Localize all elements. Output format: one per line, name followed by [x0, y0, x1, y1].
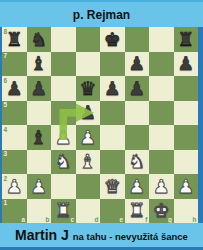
file-label-a: a	[21, 216, 25, 223]
file-label-d: d	[95, 216, 99, 223]
square-f8[interactable]	[125, 27, 150, 52]
square-g8[interactable]	[149, 27, 174, 52]
square-a4[interactable]: 4	[2, 125, 27, 150]
square-d5[interactable]: ♟	[76, 101, 101, 126]
white-rook[interactable]: ♜	[125, 199, 150, 224]
white-pawn[interactable]: ♟	[27, 174, 52, 199]
rank-label-7: 7	[4, 52, 8, 59]
black-pawn[interactable]: ♟	[27, 76, 52, 101]
square-b5[interactable]	[27, 101, 52, 126]
square-a2[interactable]: 2♟	[2, 174, 27, 199]
square-g1[interactable]: g♚	[149, 199, 174, 224]
square-c6[interactable]	[51, 76, 76, 101]
square-a3[interactable]: 3	[2, 150, 27, 175]
black-king[interactable]: ♚	[100, 27, 125, 52]
square-f3[interactable]: ♞	[125, 150, 150, 175]
square-g2[interactable]: ♟	[149, 174, 174, 199]
bottom-player-bar: Martin J na tahu - nevyužitá šance	[0, 223, 203, 247]
rank-label-1: 1	[4, 199, 8, 206]
black-queen[interactable]: ♛	[76, 76, 101, 101]
square-b1[interactable]: b	[27, 199, 52, 224]
square-b3[interactable]	[27, 150, 52, 175]
square-e2[interactable]: ♛	[100, 174, 125, 199]
black-pawn[interactable]: ♟	[2, 76, 27, 101]
square-c5[interactable]	[51, 101, 76, 126]
square-g7[interactable]	[149, 52, 174, 77]
white-pawn[interactable]: ♟	[76, 125, 101, 150]
file-label-e: e	[119, 216, 123, 223]
file-label-f: f	[145, 216, 147, 223]
top-player-bar: p. Rejman	[0, 0, 203, 27]
rank-label-3: 3	[4, 150, 8, 157]
square-a8[interactable]: 8♜	[2, 27, 27, 52]
square-f2[interactable]: ♟	[125, 174, 150, 199]
bottom-player-name: Martin J	[15, 227, 69, 243]
square-g5[interactable]	[149, 101, 174, 126]
square-a7[interactable]: 7	[2, 52, 27, 77]
square-c8[interactable]	[51, 27, 76, 52]
square-h2[interactable]: ♟	[174, 174, 199, 199]
white-queen[interactable]: ♛	[100, 174, 125, 199]
white-pawn[interactable]: ♟	[125, 174, 150, 199]
black-pawn[interactable]: ♟	[100, 76, 125, 101]
white-pawn[interactable]: ♟	[51, 125, 76, 150]
rank-label-6: 6	[4, 77, 8, 84]
square-c1[interactable]: c♜	[51, 199, 76, 224]
square-d8[interactable]	[76, 27, 101, 52]
square-d3[interactable]: ♝	[76, 150, 101, 175]
square-g4[interactable]	[149, 125, 174, 150]
black-knight[interactable]: ♞	[27, 27, 52, 52]
black-pawn[interactable]: ♟	[76, 101, 101, 126]
square-f6[interactable]: ♟	[125, 76, 150, 101]
square-d1[interactable]: d	[76, 199, 101, 224]
square-b7[interactable]: ♝	[27, 52, 52, 77]
square-e7[interactable]	[100, 52, 125, 77]
white-pawn[interactable]: ♟	[149, 174, 174, 199]
square-e8[interactable]: ♚	[100, 27, 125, 52]
square-d4[interactable]: ♟	[76, 125, 101, 150]
file-label-h: h	[193, 216, 197, 223]
rank-label-4: 4	[4, 126, 8, 133]
square-e5[interactable]	[100, 101, 125, 126]
move-status-text: na tahu - nevyužitá šance	[73, 228, 188, 242]
square-b4[interactable]: ♝	[27, 125, 52, 150]
square-a5[interactable]: 5	[2, 101, 27, 126]
square-f4[interactable]	[125, 125, 150, 150]
square-c2[interactable]	[51, 174, 76, 199]
square-f7[interactable]: ♟	[125, 52, 150, 77]
white-rook[interactable]: ♜	[51, 199, 76, 224]
square-d6[interactable]: ♛	[76, 76, 101, 101]
square-f1[interactable]: f♜	[125, 199, 150, 224]
square-h7[interactable]: ♟	[174, 52, 199, 77]
file-label-c: c	[70, 216, 74, 223]
black-rook[interactable]: ♜	[174, 27, 199, 52]
square-f5[interactable]	[125, 101, 150, 126]
top-player-name: p. Rejman	[73, 8, 130, 22]
file-label-g: g	[168, 216, 172, 223]
file-label-b: b	[46, 216, 50, 223]
rank-label-5: 5	[4, 101, 8, 108]
square-h5[interactable]	[174, 101, 199, 126]
square-c3[interactable]: ♞	[51, 150, 76, 175]
black-bishop[interactable]: ♝	[27, 52, 52, 77]
square-h6[interactable]	[174, 76, 199, 101]
white-king[interactable]: ♚	[149, 199, 174, 224]
chess-board: 8♜♞♚♜7♝♟♟6♟♟♛♟♟5♟4♝♟♟3♞♝♞2♟♟♛♟♟♟1abc♜def…	[2, 27, 198, 223]
black-rook[interactable]: ♜	[2, 27, 27, 52]
square-e1[interactable]: e	[100, 199, 125, 224]
white-knight[interactable]: ♞	[51, 150, 76, 175]
rank-label-2: 2	[4, 175, 8, 182]
white-pawn[interactable]: ♟	[174, 174, 199, 199]
square-e6[interactable]: ♟	[100, 76, 125, 101]
white-bishop[interactable]: ♝	[76, 150, 101, 175]
white-pawn[interactable]: ♟	[2, 174, 27, 199]
square-d2[interactable]	[76, 174, 101, 199]
square-a1[interactable]: 1a	[2, 199, 27, 224]
rank-label-8: 8	[4, 28, 8, 35]
square-g3[interactable]	[149, 150, 174, 175]
white-knight[interactable]: ♞	[125, 150, 150, 175]
square-h1[interactable]: h	[174, 199, 199, 224]
square-c7[interactable]	[51, 52, 76, 77]
black-pawn[interactable]: ♟	[174, 52, 199, 77]
square-g6[interactable]	[149, 76, 174, 101]
square-e4[interactable]	[100, 125, 125, 150]
square-c4[interactable]: ♟	[51, 125, 76, 150]
black-pawn[interactable]: ♟	[125, 76, 150, 101]
square-b2[interactable]: ♟	[27, 174, 52, 199]
black-pawn[interactable]: ♟	[125, 52, 150, 77]
square-h8[interactable]: ♜	[174, 27, 199, 52]
square-h3[interactable]	[174, 150, 199, 175]
black-bishop[interactable]: ♝	[27, 125, 52, 150]
square-h4[interactable]	[174, 125, 199, 150]
square-e3[interactable]	[100, 150, 125, 175]
square-a6[interactable]: 6♟	[2, 76, 27, 101]
square-d7[interactable]	[76, 52, 101, 77]
square-b6[interactable]: ♟	[27, 76, 52, 101]
square-b8[interactable]: ♞	[27, 27, 52, 52]
